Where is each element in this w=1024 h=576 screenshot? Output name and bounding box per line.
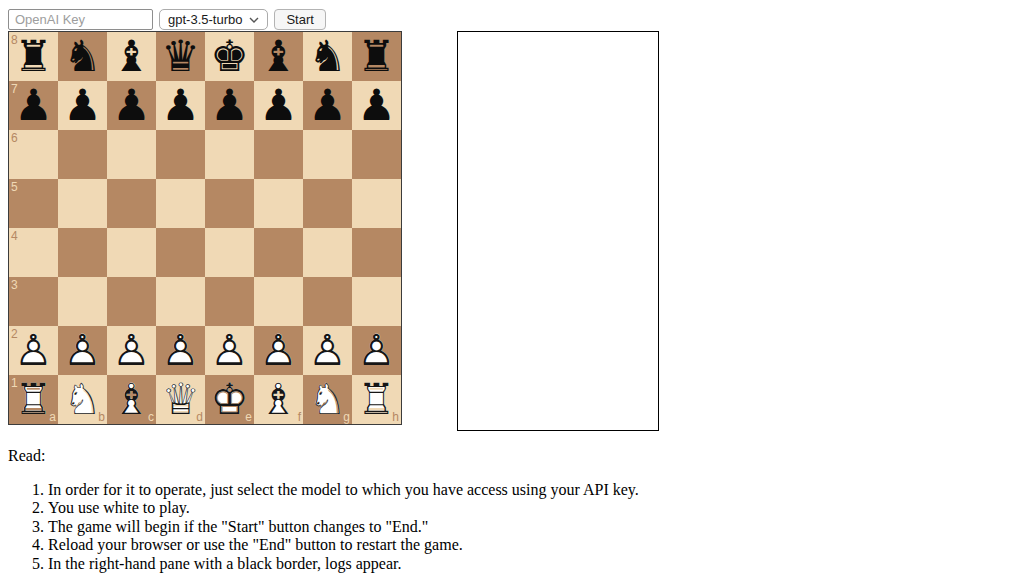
- controls-bar: gpt-3.5-turbo Start: [8, 8, 1016, 30]
- square-h6[interactable]: [352, 130, 401, 179]
- white-pawn[interactable]: ♟♙: [352, 326, 401, 375]
- square-b8[interactable]: ♞: [58, 32, 107, 81]
- square-f5[interactable]: [254, 179, 303, 228]
- black-pawn[interactable]: ♟: [58, 81, 107, 130]
- instructions-list: In order for it to operate, just select …: [8, 481, 1016, 573]
- square-g8[interactable]: ♞: [303, 32, 352, 81]
- square-d8[interactable]: ♛: [156, 32, 205, 81]
- square-c8[interactable]: ♝: [107, 32, 156, 81]
- square-f2[interactable]: ♟♙: [254, 326, 303, 375]
- white-pawn[interactable]: ♟♙: [156, 326, 205, 375]
- rank-label-4: 4: [11, 230, 18, 242]
- chevron-down-icon: [249, 17, 259, 23]
- black-rook[interactable]: ♜: [352, 32, 401, 81]
- square-c3[interactable]: [107, 277, 156, 326]
- black-bishop[interactable]: ♝: [254, 32, 303, 81]
- square-d3[interactable]: [156, 277, 205, 326]
- rank-label-6: 6: [11, 132, 18, 144]
- square-f8[interactable]: ♝: [254, 32, 303, 81]
- square-h8[interactable]: ♜: [352, 32, 401, 81]
- square-b4[interactable]: [58, 228, 107, 277]
- square-e6[interactable]: [205, 130, 254, 179]
- square-f4[interactable]: [254, 228, 303, 277]
- square-a7[interactable]: 7♟: [9, 81, 58, 130]
- white-rook[interactable]: ♜♖: [9, 375, 58, 424]
- square-d2[interactable]: ♟♙: [156, 326, 205, 375]
- square-h5[interactable]: [352, 179, 401, 228]
- square-e7[interactable]: ♟: [205, 81, 254, 130]
- white-pawn[interactable]: ♟♙: [58, 326, 107, 375]
- white-king[interactable]: ♚♔: [205, 375, 254, 424]
- log-pane[interactable]: [457, 31, 659, 431]
- square-g6[interactable]: [303, 130, 352, 179]
- square-f7[interactable]: ♟: [254, 81, 303, 130]
- square-f3[interactable]: [254, 277, 303, 326]
- square-h4[interactable]: [352, 228, 401, 277]
- white-pawn[interactable]: ♟♙: [9, 326, 58, 375]
- square-a2[interactable]: 2♟♙: [9, 326, 58, 375]
- square-e3[interactable]: [205, 277, 254, 326]
- square-c7[interactable]: ♟: [107, 81, 156, 130]
- main-row: 8♜♞♝♛♚♝♞♜7♟♟♟♟♟♟♟♟65432♟♙♟♙♟♙♟♙♟♙♟♙♟♙♟♙1…: [8, 31, 1016, 431]
- square-c6[interactable]: [107, 130, 156, 179]
- square-d5[interactable]: [156, 179, 205, 228]
- white-rook[interactable]: ♜♖: [352, 375, 401, 424]
- square-d7[interactable]: ♟: [156, 81, 205, 130]
- square-a6[interactable]: 6: [9, 130, 58, 179]
- square-g3[interactable]: [303, 277, 352, 326]
- model-select[interactable]: gpt-3.5-turbo: [159, 9, 268, 30]
- white-knight[interactable]: ♞♘: [303, 375, 352, 424]
- square-h3[interactable]: [352, 277, 401, 326]
- square-b7[interactable]: ♟: [58, 81, 107, 130]
- white-bishop[interactable]: ♝♗: [107, 375, 156, 424]
- square-b6[interactable]: [58, 130, 107, 179]
- square-g2[interactable]: ♟♙: [303, 326, 352, 375]
- rank-label-5: 5: [11, 181, 18, 193]
- square-d4[interactable]: [156, 228, 205, 277]
- rank-label-3: 3: [11, 279, 18, 291]
- model-select-value: gpt-3.5-turbo: [168, 12, 242, 27]
- white-pawn[interactable]: ♟♙: [205, 326, 254, 375]
- white-knight[interactable]: ♞♘: [58, 375, 107, 424]
- square-d1[interactable]: d♛♕: [156, 375, 205, 424]
- square-b2[interactable]: ♟♙: [58, 326, 107, 375]
- square-c1[interactable]: c♝♗: [107, 375, 156, 424]
- square-c2[interactable]: ♟♙: [107, 326, 156, 375]
- instruction-item: In order for it to operate, just select …: [48, 481, 1016, 499]
- square-e8[interactable]: ♚: [205, 32, 254, 81]
- square-a8[interactable]: 8♜: [9, 32, 58, 81]
- black-pawn[interactable]: ♟: [352, 81, 401, 130]
- square-h7[interactable]: ♟: [352, 81, 401, 130]
- square-h1[interactable]: h♜♖: [352, 375, 401, 424]
- square-g4[interactable]: [303, 228, 352, 277]
- white-bishop[interactable]: ♝♗: [254, 375, 303, 424]
- instruction-item: In the right-hand pane with a black bord…: [48, 555, 1016, 573]
- square-f6[interactable]: [254, 130, 303, 179]
- black-pawn[interactable]: ♟: [156, 81, 205, 130]
- start-button[interactable]: Start: [274, 9, 325, 30]
- square-c4[interactable]: [107, 228, 156, 277]
- square-a3[interactable]: 3: [9, 277, 58, 326]
- black-pawn[interactable]: ♟: [205, 81, 254, 130]
- square-g7[interactable]: ♟: [303, 81, 352, 130]
- instruction-item: Reload your browser or use the "End" but…: [48, 536, 1016, 554]
- white-queen[interactable]: ♛♕: [156, 375, 205, 424]
- square-b5[interactable]: [58, 179, 107, 228]
- square-a4[interactable]: 4: [9, 228, 58, 277]
- black-king[interactable]: ♚: [205, 32, 254, 81]
- square-e1[interactable]: e♚♔: [205, 375, 254, 424]
- square-h2[interactable]: ♟♙: [352, 326, 401, 375]
- black-queen[interactable]: ♛: [156, 32, 205, 81]
- instruction-item: The game will begin if the "Start" butto…: [48, 518, 1016, 536]
- chess-board[interactable]: 8♜♞♝♛♚♝♞♜7♟♟♟♟♟♟♟♟65432♟♙♟♙♟♙♟♙♟♙♟♙♟♙♟♙1…: [8, 31, 402, 425]
- square-e4[interactable]: [205, 228, 254, 277]
- read-heading: Read:: [8, 447, 1016, 465]
- black-pawn[interactable]: ♟: [9, 81, 58, 130]
- white-pawn[interactable]: ♟♙: [254, 326, 303, 375]
- square-b3[interactable]: [58, 277, 107, 326]
- square-a1[interactable]: 1a♜♖: [9, 375, 58, 424]
- square-c5[interactable]: [107, 179, 156, 228]
- square-d6[interactable]: [156, 130, 205, 179]
- black-knight[interactable]: ♞: [303, 32, 352, 81]
- square-g5[interactable]: [303, 179, 352, 228]
- api-key-input[interactable]: [8, 9, 153, 30]
- black-rook[interactable]: ♜: [9, 32, 58, 81]
- black-knight[interactable]: ♞: [58, 32, 107, 81]
- black-pawn[interactable]: ♟: [107, 81, 156, 130]
- square-b1[interactable]: b♞♘: [58, 375, 107, 424]
- instruction-item: You use white to play.: [48, 499, 1016, 517]
- square-a5[interactable]: 5: [9, 179, 58, 228]
- white-pawn[interactable]: ♟♙: [303, 326, 352, 375]
- black-pawn[interactable]: ♟: [254, 81, 303, 130]
- square-e5[interactable]: [205, 179, 254, 228]
- square-g1[interactable]: g♞♘: [303, 375, 352, 424]
- square-e2[interactable]: ♟♙: [205, 326, 254, 375]
- white-pawn[interactable]: ♟♙: [107, 326, 156, 375]
- black-pawn[interactable]: ♟: [303, 81, 352, 130]
- square-f1[interactable]: f♝♗: [254, 375, 303, 424]
- black-bishop[interactable]: ♝: [107, 32, 156, 81]
